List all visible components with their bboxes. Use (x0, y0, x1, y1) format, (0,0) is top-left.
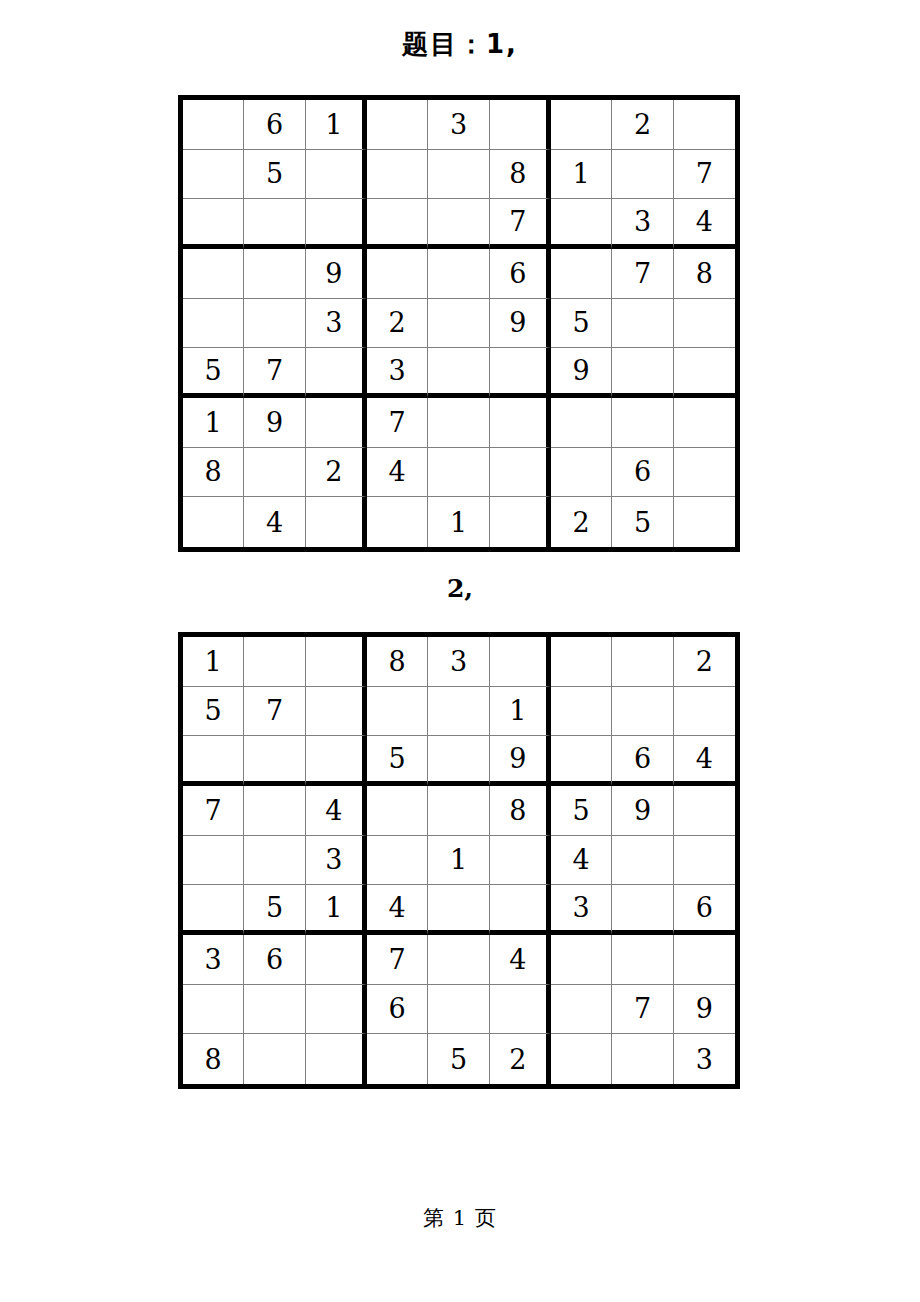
sudoku-cell-r7c7 (551, 935, 612, 985)
sudoku-cell-r4c3: 4 (306, 786, 367, 836)
sudoku-cell-r1c7 (551, 637, 612, 687)
sudoku-cell-r9c2 (244, 1034, 305, 1084)
sudoku-cell-r6c5 (428, 885, 489, 935)
sudoku-cell-r1c9 (674, 100, 735, 150)
sudoku-cell-r8c7 (551, 448, 612, 498)
sudoku-grid-1: 6132581773496783295573919782464125 (178, 95, 740, 552)
sudoku-cell-r4c4 (367, 786, 428, 836)
sudoku-cell-r8c8: 6 (612, 448, 673, 498)
sudoku-cell-r9c4 (367, 1034, 428, 1084)
sudoku-cell-r8c7 (551, 985, 612, 1035)
sudoku-cell-r5c1 (183, 299, 244, 349)
sudoku-cell-r8c1: 8 (183, 448, 244, 498)
sudoku-cell-r3c3 (306, 736, 367, 786)
sudoku-cell-r4c2 (244, 786, 305, 836)
sudoku-cell-r6c9 (674, 348, 735, 398)
sudoku-cell-r9c4 (367, 497, 428, 547)
sudoku-cell-r7c4: 7 (367, 398, 428, 448)
sudoku-cell-r5c7: 4 (551, 836, 612, 886)
sudoku-cell-r2c5 (428, 150, 489, 200)
sudoku-cell-r7c3 (306, 935, 367, 985)
sudoku-cell-r5c3: 3 (306, 299, 367, 349)
sudoku-cell-r3c1 (183, 199, 244, 249)
sudoku-cell-r5c2 (244, 299, 305, 349)
sudoku-cell-r1c8 (612, 637, 673, 687)
sudoku-cell-r8c4: 6 (367, 985, 428, 1035)
sudoku-cell-r5c9 (674, 299, 735, 349)
sudoku-cell-r5c3: 3 (306, 836, 367, 886)
sudoku-cell-r5c2 (244, 836, 305, 886)
sudoku-cell-r3c5 (428, 736, 489, 786)
sudoku-cell-r4c6: 6 (490, 249, 551, 299)
sudoku-cell-r6c8 (612, 885, 673, 935)
sudoku-cell-r9c9 (674, 497, 735, 547)
sudoku-cell-r2c9: 7 (674, 150, 735, 200)
sudoku-cell-r8c2 (244, 985, 305, 1035)
sudoku-cell-r8c3: 2 (306, 448, 367, 498)
sudoku-cell-r2c7: 1 (551, 150, 612, 200)
sudoku-cell-r7c5 (428, 398, 489, 448)
sudoku-cell-r4c4 (367, 249, 428, 299)
sudoku-cell-r6c2: 7 (244, 348, 305, 398)
sudoku-cell-r2c1: 5 (183, 687, 244, 737)
sudoku-cell-r1c5: 3 (428, 100, 489, 150)
sudoku-cell-r5c5: 1 (428, 836, 489, 886)
sudoku-cell-r5c6 (490, 836, 551, 886)
sudoku-cell-r9c8: 5 (612, 497, 673, 547)
sudoku-cell-r5c8 (612, 836, 673, 886)
sudoku-cell-r6c7: 9 (551, 348, 612, 398)
sudoku-cell-r1c1 (183, 100, 244, 150)
page-title: 题目：1, (0, 27, 920, 62)
sudoku-cell-r3c9: 4 (674, 736, 735, 786)
sudoku-cell-r4c3: 9 (306, 249, 367, 299)
sudoku-cell-r1c2 (244, 637, 305, 687)
sudoku-cell-r3c8: 3 (612, 199, 673, 249)
sudoku-cell-r2c5 (428, 687, 489, 737)
sudoku-cell-r1c4: 8 (367, 637, 428, 687)
sudoku-cell-r4c5 (428, 786, 489, 836)
sudoku-cell-r9c2: 4 (244, 497, 305, 547)
sudoku-cell-r3c7 (551, 736, 612, 786)
sudoku-cell-r1c9: 2 (674, 637, 735, 687)
sudoku-cell-r1c4 (367, 100, 428, 150)
sudoku-cell-r6c8 (612, 348, 673, 398)
sudoku-cell-r8c9: 9 (674, 985, 735, 1035)
sudoku-cell-r2c6: 1 (490, 687, 551, 737)
sudoku-cell-r8c8: 7 (612, 985, 673, 1035)
sudoku-cell-r2c2: 5 (244, 150, 305, 200)
sudoku-cell-r5c8 (612, 299, 673, 349)
sudoku-cell-r1c2: 6 (244, 100, 305, 150)
sudoku-cell-r3c6: 7 (490, 199, 551, 249)
sudoku-cell-r9c6 (490, 497, 551, 547)
sudoku-cell-r6c6 (490, 348, 551, 398)
sudoku-cell-r1c6 (490, 100, 551, 150)
sudoku-cell-r6c1 (183, 885, 244, 935)
sudoku-cell-r3c1 (183, 736, 244, 786)
sudoku-cell-r7c7 (551, 398, 612, 448)
sudoku-cell-r1c8: 2 (612, 100, 673, 150)
sudoku-cell-r8c2 (244, 448, 305, 498)
sudoku-cell-r6c9: 6 (674, 885, 735, 935)
sudoku-cell-r6c4: 3 (367, 348, 428, 398)
sudoku-cell-r4c2 (244, 249, 305, 299)
sudoku-cell-r3c3 (306, 199, 367, 249)
sudoku-cell-r6c6 (490, 885, 551, 935)
sudoku-cell-r5c9 (674, 836, 735, 886)
sudoku-cell-r3c2 (244, 736, 305, 786)
sudoku-cell-r1c5: 3 (428, 637, 489, 687)
sudoku-cell-r4c1 (183, 249, 244, 299)
sudoku-cell-r6c3 (306, 348, 367, 398)
sudoku-cell-r7c1: 1 (183, 398, 244, 448)
sudoku-cell-r7c1: 3 (183, 935, 244, 985)
sudoku-cell-r9c3 (306, 1034, 367, 1084)
sudoku-cell-r8c1 (183, 985, 244, 1035)
sudoku-cell-r8c5 (428, 985, 489, 1035)
sudoku-cell-r6c1: 5 (183, 348, 244, 398)
worksheet-page: 题目：1, 6132581773496783295573919782464125… (0, 0, 920, 1302)
sudoku-cell-r8c6 (490, 985, 551, 1035)
sudoku-cell-r1c1: 1 (183, 637, 244, 687)
sudoku-cell-r3c6: 9 (490, 736, 551, 786)
sudoku-cell-r9c1: 8 (183, 1034, 244, 1084)
sudoku-cell-r8c9 (674, 448, 735, 498)
sudoku-cell-r5c5 (428, 299, 489, 349)
sudoku-cell-r5c1 (183, 836, 244, 886)
sudoku-cell-r7c3 (306, 398, 367, 448)
sudoku-cell-r3c9: 4 (674, 199, 735, 249)
sudoku-cell-r4c7 (551, 249, 612, 299)
sudoku-cell-r9c6: 2 (490, 1034, 551, 1084)
sudoku-grid-2: 18325715964748593145143636746798523 (178, 632, 740, 1089)
sudoku-cell-r2c4 (367, 687, 428, 737)
page-number: 第 1 页 (0, 1204, 920, 1232)
sudoku-cell-r4c9: 8 (674, 249, 735, 299)
sudoku-cell-r3c5 (428, 199, 489, 249)
sudoku-cell-r9c9: 3 (674, 1034, 735, 1084)
sudoku-cell-r3c8: 6 (612, 736, 673, 786)
sudoku-cell-r4c5 (428, 249, 489, 299)
sudoku-cell-r2c7 (551, 687, 612, 737)
sudoku-cell-r7c6: 4 (490, 935, 551, 985)
sudoku-cell-r5c4: 2 (367, 299, 428, 349)
sudoku-cell-r9c5: 1 (428, 497, 489, 547)
sudoku-cell-r9c8 (612, 1034, 673, 1084)
sudoku-cell-r4c8: 7 (612, 249, 673, 299)
sudoku-cell-r9c7 (551, 1034, 612, 1084)
sudoku-cell-r9c5: 5 (428, 1034, 489, 1084)
sudoku-cell-r7c2: 9 (244, 398, 305, 448)
sudoku-cell-r7c8 (612, 398, 673, 448)
sudoku-cell-r7c9 (674, 398, 735, 448)
sudoku-cell-r2c4 (367, 150, 428, 200)
sudoku-cell-r9c3 (306, 497, 367, 547)
sudoku-cell-r7c4: 7 (367, 935, 428, 985)
sudoku-cell-r7c8 (612, 935, 673, 985)
sudoku-cell-r6c3: 1 (306, 885, 367, 935)
sudoku-cell-r4c7: 5 (551, 786, 612, 836)
sudoku-cell-r2c6: 8 (490, 150, 551, 200)
sudoku-cell-r2c3 (306, 687, 367, 737)
sudoku-cell-r3c4 (367, 199, 428, 249)
sudoku-cell-r3c7 (551, 199, 612, 249)
sudoku-cell-r8c3 (306, 985, 367, 1035)
sudoku-cell-r8c4: 4 (367, 448, 428, 498)
sudoku-cell-r4c1: 7 (183, 786, 244, 836)
sudoku-cell-r6c2: 5 (244, 885, 305, 935)
sudoku-cell-r1c6 (490, 637, 551, 687)
sudoku-cell-r6c7: 3 (551, 885, 612, 935)
sudoku-cell-r4c8: 9 (612, 786, 673, 836)
sudoku-cell-r1c7 (551, 100, 612, 150)
sudoku-cell-r7c6 (490, 398, 551, 448)
sudoku-cell-r2c1 (183, 150, 244, 200)
sudoku-cell-r5c7: 5 (551, 299, 612, 349)
sudoku-cell-r6c4: 4 (367, 885, 428, 935)
sudoku-cell-r3c2 (244, 199, 305, 249)
sudoku-cell-r2c8 (612, 150, 673, 200)
sudoku-cell-r9c7: 2 (551, 497, 612, 547)
puzzle-2-label: 2, (0, 574, 920, 603)
sudoku-cell-r7c5 (428, 935, 489, 985)
sudoku-cell-r6c5 (428, 348, 489, 398)
sudoku-cell-r7c2: 6 (244, 935, 305, 985)
sudoku-cell-r8c5 (428, 448, 489, 498)
sudoku-cell-r2c3 (306, 150, 367, 200)
sudoku-cell-r2c9 (674, 687, 735, 737)
sudoku-cell-r1c3: 1 (306, 100, 367, 150)
sudoku-cell-r7c9 (674, 935, 735, 985)
sudoku-cell-r5c6: 9 (490, 299, 551, 349)
sudoku-cell-r4c9 (674, 786, 735, 836)
sudoku-cell-r9c1 (183, 497, 244, 547)
sudoku-cell-r5c4 (367, 836, 428, 886)
sudoku-cell-r8c6 (490, 448, 551, 498)
sudoku-cell-r3c4: 5 (367, 736, 428, 786)
sudoku-cell-r4c6: 8 (490, 786, 551, 836)
sudoku-cell-r1c3 (306, 637, 367, 687)
sudoku-cell-r2c8 (612, 687, 673, 737)
sudoku-cell-r2c2: 7 (244, 687, 305, 737)
